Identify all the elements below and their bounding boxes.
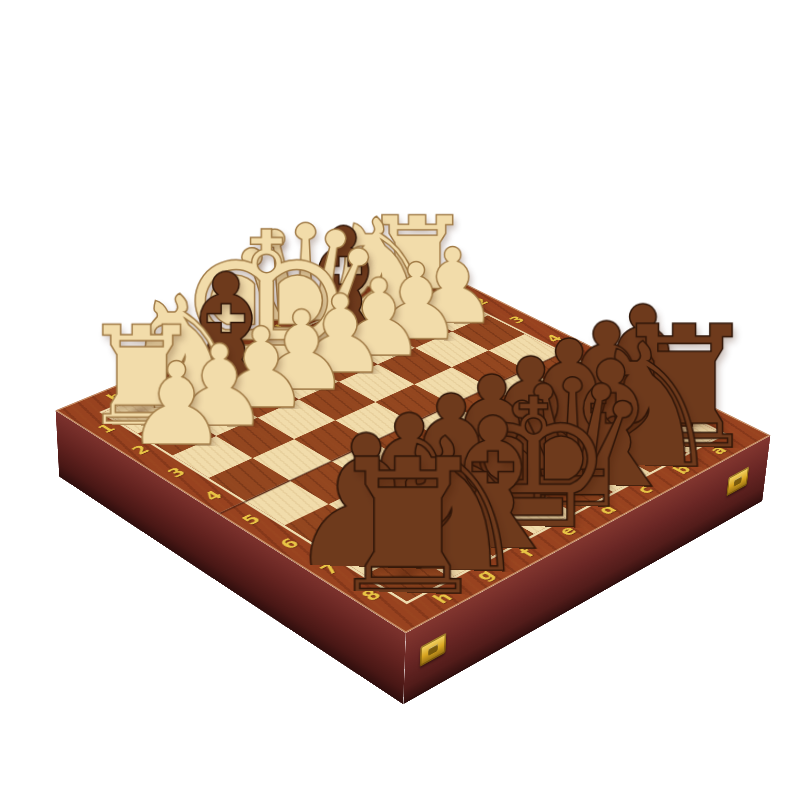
chess-set-photo: abcdefgh abcdefgh 87654321 87654321 ♜♞♝♛… [0, 0, 800, 800]
brass-latch [419, 633, 446, 667]
black-rook-h8[interactable]: ♜ [323, 434, 492, 622]
board-surface: abcdefgh abcdefgh 87654321 87654321 ♜♞♝♛… [55, 260, 770, 633]
square-h2[interactable]: ♟ [138, 415, 216, 456]
folding-chess-box: abcdefgh abcdefgh 87654321 87654321 ♜♞♝♛… [55, 260, 770, 633]
square-h8[interactable]: ♜ [365, 553, 451, 602]
